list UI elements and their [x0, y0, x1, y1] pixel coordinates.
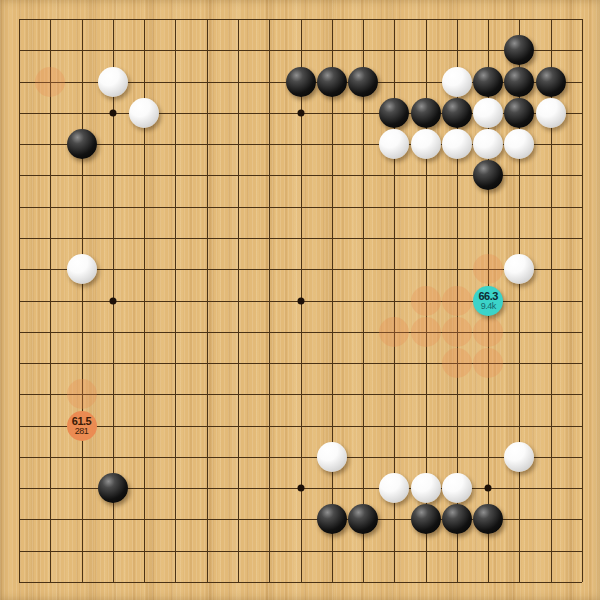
go-board[interactable]: 66.39.4k61.5281 [0, 0, 600, 600]
policy-hint-circle [442, 317, 472, 347]
stone-white [504, 254, 534, 284]
star-point [297, 297, 304, 304]
grid-line-vertical [582, 19, 583, 582]
policy-hint-circle [442, 286, 472, 316]
stone-black [473, 504, 503, 534]
grid-line-vertical [363, 19, 364, 582]
stone-black [473, 160, 503, 190]
policy-hint-circle [411, 317, 441, 347]
policy-hint-circle [35, 67, 65, 97]
stone-black [442, 504, 472, 534]
stone-black [504, 67, 534, 97]
stone-white [442, 473, 472, 503]
stone-black [348, 504, 378, 534]
grid-line-horizontal [19, 394, 582, 395]
policy-hint-circle [473, 254, 503, 284]
star-point [109, 297, 116, 304]
stone-white [504, 442, 534, 472]
policy-hint-circle [67, 379, 97, 409]
policy-hint-circle [473, 348, 503, 378]
stone-black [411, 504, 441, 534]
grid-line-horizontal [19, 426, 582, 427]
visits-label: 281 [75, 427, 89, 436]
stone-black [536, 67, 566, 97]
stone-black [317, 504, 347, 534]
stone-black [379, 98, 409, 128]
stone-white [411, 129, 441, 159]
grid-line-vertical [332, 19, 333, 582]
stone-white [129, 98, 159, 128]
stone-white [442, 129, 472, 159]
best-move-badge[interactable]: 66.39.4k [473, 286, 503, 316]
stone-white [379, 473, 409, 503]
stone-white [411, 473, 441, 503]
stone-black [473, 67, 503, 97]
stone-black [286, 67, 316, 97]
stone-black [67, 129, 97, 159]
star-point [297, 109, 304, 116]
stone-white [504, 129, 534, 159]
stone-white [473, 98, 503, 128]
stone-black [504, 98, 534, 128]
star-point [109, 109, 116, 116]
stone-white [442, 67, 472, 97]
stone-black [442, 98, 472, 128]
stone-black [317, 67, 347, 97]
stone-white [67, 254, 97, 284]
stone-white [317, 442, 347, 472]
stone-black [504, 35, 534, 65]
policy-hint-circle [379, 317, 409, 347]
stone-white [379, 129, 409, 159]
go-analysis-screenshot: 66.39.4k61.5281 [0, 0, 600, 600]
grid-line-horizontal [19, 457, 582, 458]
star-point [297, 485, 304, 492]
stone-black [411, 98, 441, 128]
stone-white [536, 98, 566, 128]
stone-white [98, 67, 128, 97]
policy-hint-circle [442, 348, 472, 378]
stone-black [98, 473, 128, 503]
grid-line-horizontal [19, 582, 582, 583]
candidate-move-badge[interactable]: 61.5281 [67, 411, 97, 441]
star-point [485, 485, 492, 492]
grid-line-horizontal [19, 551, 582, 552]
stone-white [473, 129, 503, 159]
visits-label: 9.4k [481, 302, 496, 311]
stone-black [348, 67, 378, 97]
policy-hint-circle [473, 317, 503, 347]
policy-hint-circle [411, 286, 441, 316]
